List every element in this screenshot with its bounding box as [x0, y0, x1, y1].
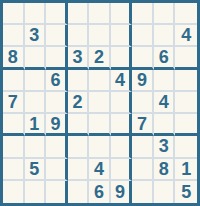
cell-r9c6[interactable]: 9 — [111, 181, 133, 203]
cell-r3c5[interactable]: 2 — [89, 47, 111, 69]
cell-r7c9[interactable] — [175, 136, 197, 158]
cell-r2c6[interactable] — [111, 25, 133, 47]
cell-r6c9[interactable] — [175, 114, 197, 136]
cell-r6c6[interactable] — [111, 114, 133, 136]
cell-r9c3[interactable] — [46, 181, 68, 203]
cell-r3c1[interactable]: 8 — [3, 47, 25, 69]
cell-r7c8[interactable]: 3 — [154, 136, 176, 158]
cell-r6c3[interactable]: 9 — [46, 114, 68, 136]
cell-r8c8[interactable]: 8 — [154, 159, 176, 181]
cell-r7c6[interactable] — [111, 136, 133, 158]
cell-r2c2[interactable]: 3 — [25, 25, 47, 47]
cell-r4c2[interactable] — [25, 70, 47, 92]
cell-r1c9[interactable] — [175, 3, 197, 25]
cell-r1c6[interactable] — [111, 3, 133, 25]
cell-r4c5[interactable] — [89, 70, 111, 92]
cell-r9c2[interactable] — [25, 181, 47, 203]
cell-r5c5[interactable] — [89, 92, 111, 114]
cell-r8c9[interactable]: 1 — [175, 159, 197, 181]
cell-r4c7[interactable]: 9 — [132, 70, 154, 92]
cell-r1c7[interactable] — [132, 3, 154, 25]
cell-r6c7[interactable]: 7 — [132, 114, 154, 136]
cell-r5c2[interactable] — [25, 92, 47, 114]
cell-r1c1[interactable] — [3, 3, 25, 25]
cell-r4c9[interactable] — [175, 70, 197, 92]
cell-r2c5[interactable] — [89, 25, 111, 47]
cell-r8c2[interactable]: 5 — [25, 159, 47, 181]
cell-r6c2[interactable]: 1 — [25, 114, 47, 136]
cell-r9c4[interactable] — [68, 181, 90, 203]
cell-r5c1[interactable]: 7 — [3, 92, 25, 114]
cell-r4c6[interactable]: 4 — [111, 70, 133, 92]
cell-r5c8[interactable]: 4 — [154, 92, 176, 114]
cell-r1c3[interactable] — [46, 3, 68, 25]
cell-r9c9[interactable]: 5 — [175, 181, 197, 203]
cell-r5c7[interactable] — [132, 92, 154, 114]
cell-r4c8[interactable] — [154, 70, 176, 92]
cell-r9c1[interactable] — [3, 181, 25, 203]
cell-r2c8[interactable] — [154, 25, 176, 47]
cell-r2c9[interactable]: 4 — [175, 25, 197, 47]
cell-r7c1[interactable] — [3, 136, 25, 158]
cell-r5c9[interactable] — [175, 92, 197, 114]
cell-r8c4[interactable] — [68, 159, 90, 181]
cell-r9c8[interactable] — [154, 181, 176, 203]
cell-r8c6[interactable] — [111, 159, 133, 181]
cell-r1c2[interactable] — [25, 3, 47, 25]
sudoku-board: 34832664972419735481695 — [0, 0, 200, 206]
cell-r5c6[interactable] — [111, 92, 133, 114]
cell-r7c3[interactable] — [46, 136, 68, 158]
cell-r3c3[interactable] — [46, 47, 68, 69]
cell-r2c3[interactable] — [46, 25, 68, 47]
cell-r2c1[interactable] — [3, 25, 25, 47]
cell-r2c7[interactable] — [132, 25, 154, 47]
cell-r7c4[interactable] — [68, 136, 90, 158]
cell-r4c3[interactable]: 6 — [46, 70, 68, 92]
cell-r3c9[interactable] — [175, 47, 197, 69]
cell-r6c1[interactable] — [3, 114, 25, 136]
cell-r5c4[interactable]: 2 — [68, 92, 90, 114]
cell-r9c5[interactable]: 6 — [89, 181, 111, 203]
cell-r8c1[interactable] — [3, 159, 25, 181]
cell-r6c4[interactable] — [68, 114, 90, 136]
cell-r6c5[interactable] — [89, 114, 111, 136]
cell-r7c7[interactable] — [132, 136, 154, 158]
cell-r7c5[interactable] — [89, 136, 111, 158]
cell-r8c7[interactable] — [132, 159, 154, 181]
cell-r9c7[interactable] — [132, 181, 154, 203]
cell-r1c5[interactable] — [89, 3, 111, 25]
cell-r2c4[interactable] — [68, 25, 90, 47]
cell-r4c4[interactable] — [68, 70, 90, 92]
cell-r3c2[interactable] — [25, 47, 47, 69]
cell-r5c3[interactable] — [46, 92, 68, 114]
cell-r3c8[interactable]: 6 — [154, 47, 176, 69]
cell-r3c4[interactable]: 3 — [68, 47, 90, 69]
cell-r1c8[interactable] — [154, 3, 176, 25]
cell-r1c4[interactable] — [68, 3, 90, 25]
cell-r8c5[interactable]: 4 — [89, 159, 111, 181]
cell-r3c6[interactable] — [111, 47, 133, 69]
cell-r7c2[interactable] — [25, 136, 47, 158]
cell-r3c7[interactable] — [132, 47, 154, 69]
cell-r6c8[interactable] — [154, 114, 176, 136]
cell-r8c3[interactable] — [46, 159, 68, 181]
cell-r4c1[interactable] — [3, 70, 25, 92]
